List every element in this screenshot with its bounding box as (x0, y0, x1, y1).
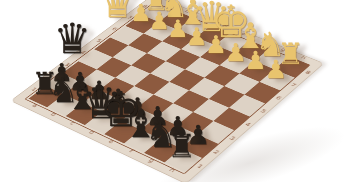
chess-set-photo: aabbccddeeffgghh1122334455667788 ♜♞♝♛♚♝♞… (0, 0, 350, 182)
rank-label-near-4: 4 (243, 123, 251, 128)
file-label-near-b: b (48, 112, 56, 117)
rank-label-near-6: 6 (274, 96, 282, 101)
rank-label-near-7: 7 (288, 83, 296, 88)
file-label-near-d: d (86, 130, 94, 135)
file-label-far-f: f (259, 40, 265, 44)
rank-label-near-2: 2 (211, 150, 219, 156)
rank-label-near-3: 3 (227, 136, 235, 142)
file-label-far-d: d (220, 24, 227, 29)
file-label-near-f: f (127, 149, 134, 154)
file-label-far-h: h (299, 56, 307, 61)
file-label-near-h: h (167, 168, 175, 174)
file-label-far-g: g (278, 48, 286, 53)
file-label-near-e: e (106, 139, 114, 144)
rank-label-near-1: 1 (195, 164, 203, 170)
file-label-near-a: a (30, 103, 38, 108)
file-label-far-a: a (164, 2, 171, 6)
rank-label-near-8: 8 (303, 71, 311, 76)
file-label-far-e: e (239, 32, 246, 37)
file-label-far-b: b (183, 9, 190, 13)
file-label-near-c: c (67, 121, 75, 126)
file-label-near-g: g (146, 158, 154, 164)
file-label-far-c: c (201, 17, 208, 21)
rank-label-near-5: 5 (258, 109, 266, 114)
